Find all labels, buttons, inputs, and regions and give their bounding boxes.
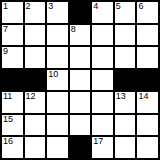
white-cell[interactable]: 8: [70, 25, 91, 46]
clue-number: 13: [116, 92, 126, 102]
clue-number: 7: [3, 25, 8, 35]
white-cell[interactable]: [92, 115, 113, 136]
clue-number: 9: [3, 47, 8, 57]
white-cell[interactable]: 10: [47, 70, 68, 91]
white-cell[interactable]: [115, 25, 136, 46]
white-cell[interactable]: 15: [2, 115, 23, 136]
white-cell[interactable]: [115, 115, 136, 136]
white-cell[interactable]: 5: [115, 2, 136, 23]
black-cell: [70, 137, 91, 158]
black-cell: [25, 70, 46, 91]
white-cell[interactable]: [92, 25, 113, 46]
white-cell[interactable]: [70, 115, 91, 136]
white-cell[interactable]: 7: [2, 25, 23, 46]
clue-number: 4: [93, 2, 98, 12]
white-cell[interactable]: 6: [137, 2, 158, 23]
white-cell[interactable]: 4: [92, 2, 113, 23]
crossword-board: 1234567891011121314151617: [0, 0, 160, 160]
white-cell[interactable]: 3: [47, 2, 68, 23]
white-cell[interactable]: 2: [25, 2, 46, 23]
white-cell[interactable]: [115, 47, 136, 68]
white-cell[interactable]: [137, 115, 158, 136]
white-cell[interactable]: [47, 25, 68, 46]
white-cell[interactable]: [92, 47, 113, 68]
white-cell[interactable]: 13: [115, 92, 136, 113]
white-cell[interactable]: 1: [2, 2, 23, 23]
clue-number: 6: [138, 2, 143, 12]
white-cell[interactable]: 12: [25, 92, 46, 113]
white-cell[interactable]: 11: [2, 92, 23, 113]
black-cell: [137, 70, 158, 91]
clue-number: 16: [3, 137, 13, 147]
white-cell[interactable]: [70, 92, 91, 113]
clue-number: 1: [3, 2, 8, 12]
black-cell: [2, 70, 23, 91]
white-cell[interactable]: [47, 115, 68, 136]
white-cell[interactable]: [47, 137, 68, 158]
white-cell[interactable]: [115, 137, 136, 158]
clue-number: 5: [116, 2, 121, 12]
white-cell[interactable]: [47, 47, 68, 68]
white-cell[interactable]: 9: [2, 47, 23, 68]
clue-number: 3: [48, 2, 53, 12]
white-cell[interactable]: 14: [137, 92, 158, 113]
white-cell[interactable]: 16: [2, 137, 23, 158]
white-cell[interactable]: [92, 70, 113, 91]
white-cell[interactable]: [92, 92, 113, 113]
white-cell[interactable]: [47, 92, 68, 113]
white-cell[interactable]: [137, 47, 158, 68]
clue-number: 10: [48, 70, 58, 80]
white-cell[interactable]: [70, 47, 91, 68]
white-cell[interactable]: [25, 115, 46, 136]
white-cell[interactable]: [137, 25, 158, 46]
clue-number: 8: [71, 25, 76, 35]
clue-number: 11: [3, 92, 12, 102]
black-cell: [70, 2, 91, 23]
black-cell: [115, 70, 136, 91]
white-cell[interactable]: [70, 70, 91, 91]
white-cell[interactable]: 17: [92, 137, 113, 158]
white-cell[interactable]: [137, 137, 158, 158]
clue-number: 15: [3, 115, 13, 125]
clue-number: 12: [26, 92, 36, 102]
white-cell[interactable]: [25, 25, 46, 46]
white-cell[interactable]: [25, 137, 46, 158]
white-cell[interactable]: [25, 47, 46, 68]
clue-number: 2: [26, 2, 31, 12]
clue-number: 14: [138, 92, 148, 102]
clue-number: 17: [93, 137, 103, 147]
